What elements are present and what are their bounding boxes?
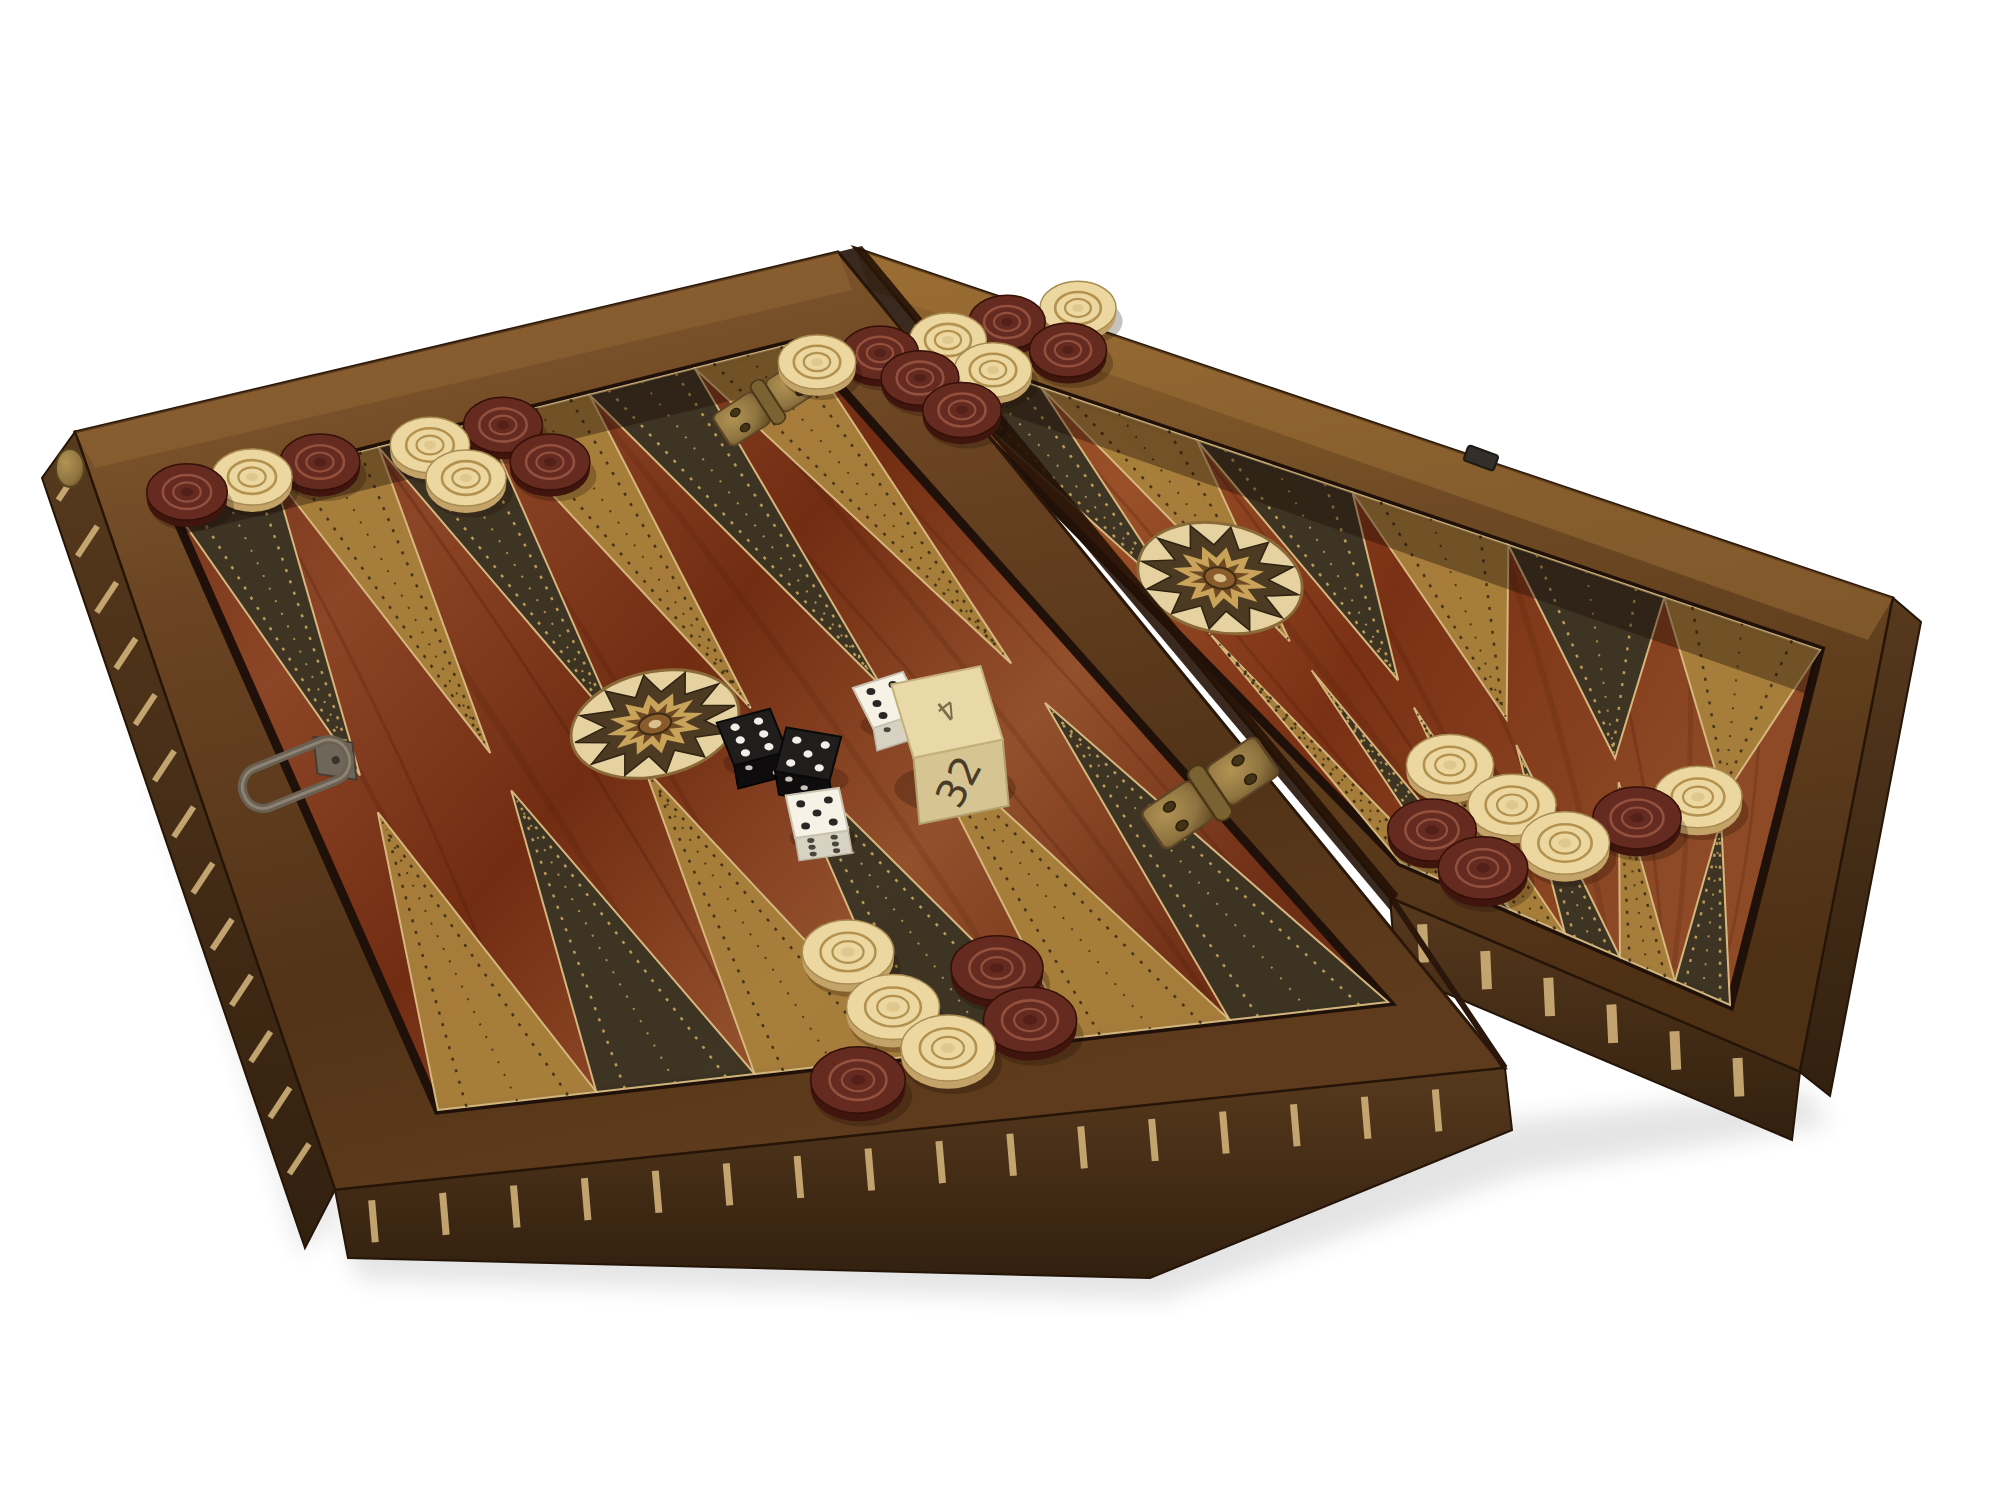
corner-medallion-icon	[56, 449, 84, 487]
checker-center	[246, 473, 258, 481]
checker-center	[1062, 346, 1074, 354]
backgammon-photo-scene: 324	[0, 0, 2000, 1502]
edge-inlay-tick	[1223, 1112, 1227, 1154]
edge-inlay-tick	[372, 1200, 376, 1242]
die-pip	[813, 809, 822, 816]
checker-center	[1443, 760, 1456, 769]
die-pip	[786, 759, 795, 766]
die-side-pip	[884, 727, 891, 732]
checker-center	[1425, 825, 1438, 834]
checker-center	[1691, 792, 1704, 801]
edge-inlay-tick	[868, 1149, 872, 1191]
edge-inlay-tick	[939, 1141, 943, 1183]
checker-center	[544, 458, 556, 466]
die-side-pip	[832, 842, 839, 847]
die-side-pip	[745, 765, 752, 770]
die-pip	[754, 717, 763, 724]
edge-inlay-tick	[797, 1156, 801, 1198]
checker-center	[424, 441, 436, 449]
checker-center	[1630, 813, 1643, 822]
checker-center	[841, 947, 855, 957]
die-pip	[879, 712, 888, 719]
die-pip	[801, 822, 810, 829]
edge-inlay-tick	[1548, 978, 1550, 1016]
edge-inlay-tick	[1293, 1104, 1297, 1146]
checker-center	[1505, 800, 1518, 809]
die-pip	[873, 700, 882, 707]
checker-center	[987, 366, 999, 374]
checker-center	[990, 963, 1004, 973]
checker-center	[1476, 863, 1489, 872]
die-pip	[866, 688, 875, 695]
checker-center	[1023, 1015, 1037, 1025]
die-pip	[730, 724, 739, 731]
die-pip	[759, 730, 768, 737]
die-pip	[736, 736, 745, 743]
edge-inlay-tick	[1364, 1097, 1368, 1139]
edge-inlay-tick	[1081, 1126, 1085, 1168]
die-pip	[764, 743, 773, 750]
die-pip	[741, 749, 750, 756]
checker-center	[886, 1002, 900, 1012]
edge-inlay-tick	[726, 1163, 730, 1205]
die-pip	[796, 800, 805, 807]
edge-inlay-tick	[1010, 1134, 1014, 1176]
die-pip	[824, 796, 833, 803]
edge-inlay-tick	[1611, 1004, 1613, 1042]
checker-center	[181, 488, 193, 496]
checker-center	[851, 1075, 865, 1085]
backgammon-board: 324	[0, 0, 2000, 1502]
die-side-pip	[807, 838, 814, 843]
die-pip	[803, 750, 812, 757]
die-side-pip	[831, 835, 838, 840]
die-side-pip	[810, 852, 817, 857]
edge-inlay-tick	[1738, 1058, 1740, 1096]
die-side-pip	[808, 845, 815, 850]
checker-center	[314, 458, 326, 466]
checker-center	[1558, 838, 1571, 847]
edge-inlay-tick	[1152, 1119, 1156, 1161]
die-pip	[829, 819, 838, 826]
edge-inlay-tick	[443, 1193, 447, 1235]
checker-center	[460, 474, 472, 482]
die-pip	[815, 764, 824, 771]
checker-center	[941, 1043, 955, 1053]
edge-inlay-tick	[1435, 1089, 1439, 1131]
edge-inlay-tick	[584, 1178, 588, 1220]
die-pip	[792, 737, 801, 744]
die-side-pip	[785, 777, 792, 782]
checker-center	[956, 406, 968, 414]
checker-center	[914, 374, 926, 382]
checker-center	[874, 349, 886, 357]
edge-inlay-tick	[513, 1186, 517, 1228]
die-side-pip	[833, 848, 840, 853]
checker-center	[1001, 318, 1012, 326]
checker-center	[811, 358, 823, 366]
edge-inlay-tick	[1674, 1031, 1676, 1069]
edge-inlay-tick	[655, 1171, 659, 1213]
die-pip	[821, 741, 830, 748]
die-side-pip	[801, 785, 808, 790]
checker-center	[497, 421, 509, 429]
checker-center	[1072, 304, 1083, 312]
edge-inlay-tick	[1485, 951, 1487, 989]
checker-center	[942, 336, 954, 344]
